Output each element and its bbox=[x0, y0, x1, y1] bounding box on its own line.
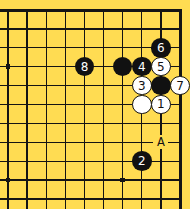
stone-white-5-S16: 5 bbox=[151, 57, 171, 77]
stone-black-Q16 bbox=[113, 57, 133, 77]
stone-white-3-R15: 3 bbox=[132, 76, 152, 96]
board-grid: A68453712 bbox=[0, 1, 190, 209]
stone-white-R14 bbox=[132, 95, 152, 115]
star-point-K16 bbox=[6, 64, 10, 68]
stone-black-4-R16: 4 bbox=[132, 57, 152, 77]
stone-black-8-O16: 8 bbox=[75, 57, 95, 77]
star-point-Q10 bbox=[120, 178, 124, 182]
stone-black-2-R11: 2 bbox=[132, 151, 152, 171]
stone-black-S15 bbox=[151, 76, 171, 96]
go-board-diagram: A68453712 bbox=[0, 0, 190, 209]
label-A-S12: A bbox=[153, 135, 168, 149]
stone-white-7-T15: 7 bbox=[170, 76, 190, 96]
stone-white-1-S14: 1 bbox=[151, 95, 171, 115]
star-point-K10 bbox=[6, 178, 10, 182]
stone-black-6-S17: 6 bbox=[151, 38, 171, 58]
